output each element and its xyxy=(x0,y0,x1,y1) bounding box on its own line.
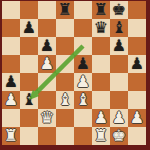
square-h1[interactable] xyxy=(128,127,146,145)
square-a4[interactable]: ♟ xyxy=(2,73,20,91)
black-bishop-g7[interactable]: ♝ xyxy=(112,19,126,37)
square-f8[interactable]: ♜ xyxy=(92,1,110,19)
square-a1[interactable]: ♜ xyxy=(2,127,20,145)
square-a3[interactable]: ♟ xyxy=(2,91,20,109)
square-d1[interactable] xyxy=(56,127,74,145)
white-bishop-e3[interactable]: ♝ xyxy=(76,91,90,109)
black-pawn-c6[interactable]: ♟ xyxy=(40,37,54,55)
square-f6[interactable] xyxy=(92,37,110,55)
square-c1[interactable] xyxy=(38,127,56,145)
square-f3[interactable] xyxy=(92,91,110,109)
square-c7[interactable] xyxy=(38,19,56,37)
white-pawn-g2[interactable]: ♟ xyxy=(112,109,126,127)
black-king-g8[interactable]: ♚ xyxy=(112,1,126,19)
chess-board-frame: ♜♜♚♟♛♝♟♟♟♟♟♟♟♟♝♝♝♛♟♟♟♜♜♚ xyxy=(0,0,150,150)
square-a8[interactable] xyxy=(2,1,20,19)
square-b1[interactable] xyxy=(20,127,38,145)
square-a6[interactable] xyxy=(2,37,20,55)
square-e7[interactable] xyxy=(74,19,92,37)
square-h2[interactable]: ♟ xyxy=(128,109,146,127)
square-a2[interactable] xyxy=(2,109,20,127)
square-e8[interactable] xyxy=(74,1,92,19)
square-h7[interactable] xyxy=(128,19,146,37)
black-bishop-b3[interactable]: ♝ xyxy=(22,91,36,109)
square-c5[interactable]: ♟ xyxy=(38,55,56,73)
square-c2[interactable]: ♛ xyxy=(38,109,56,127)
square-f4[interactable] xyxy=(92,73,110,91)
square-d5[interactable] xyxy=(56,55,74,73)
white-king-g1[interactable]: ♚ xyxy=(112,127,126,145)
square-g3[interactable] xyxy=(110,91,128,109)
square-a7[interactable] xyxy=(2,19,20,37)
square-g2[interactable]: ♟ xyxy=(110,109,128,127)
square-g6[interactable]: ♟ xyxy=(110,37,128,55)
black-rook-f8[interactable]: ♜ xyxy=(94,1,108,19)
white-pawn-e4[interactable]: ♟ xyxy=(76,73,90,91)
square-c6[interactable]: ♟ xyxy=(38,37,56,55)
square-e5[interactable]: ♟ xyxy=(74,55,92,73)
square-d8[interactable]: ♜ xyxy=(56,1,74,19)
square-a5[interactable] xyxy=(2,55,20,73)
white-pawn-a3[interactable]: ♟ xyxy=(4,91,18,109)
square-g4[interactable] xyxy=(110,73,128,91)
square-b2[interactable] xyxy=(20,109,38,127)
square-d7[interactable] xyxy=(56,19,74,37)
square-g5[interactable] xyxy=(110,55,128,73)
square-e3[interactable]: ♝ xyxy=(74,91,92,109)
black-pawn-b7[interactable]: ♟ xyxy=(22,19,36,37)
square-b6[interactable] xyxy=(20,37,38,55)
square-b5[interactable] xyxy=(20,55,38,73)
square-g7[interactable]: ♝ xyxy=(110,19,128,37)
square-e1[interactable] xyxy=(74,127,92,145)
square-h6[interactable] xyxy=(128,37,146,55)
black-rook-d8[interactable]: ♜ xyxy=(58,1,72,19)
square-b3[interactable]: ♝ xyxy=(20,91,38,109)
black-pawn-e5[interactable]: ♟ xyxy=(76,55,90,73)
square-b4[interactable] xyxy=(20,73,38,91)
square-c8[interactable] xyxy=(38,1,56,19)
white-rook-f1[interactable]: ♜ xyxy=(94,127,108,145)
square-f7[interactable]: ♛ xyxy=(92,19,110,37)
square-d4[interactable] xyxy=(56,73,74,91)
square-h8[interactable] xyxy=(128,1,146,19)
black-pawn-a4[interactable]: ♟ xyxy=(4,73,18,91)
square-d2[interactable] xyxy=(56,109,74,127)
white-bishop-d3[interactable]: ♝ xyxy=(58,91,72,109)
square-e6[interactable] xyxy=(74,37,92,55)
black-pawn-g6[interactable]: ♟ xyxy=(112,37,126,55)
square-e4[interactable]: ♟ xyxy=(74,73,92,91)
white-pawn-h2[interactable]: ♟ xyxy=(130,109,144,127)
chess-board[interactable]: ♜♜♚♟♛♝♟♟♟♟♟♟♟♟♝♝♝♛♟♟♟♜♜♚ xyxy=(2,1,146,145)
square-g8[interactable]: ♚ xyxy=(110,1,128,19)
square-h3[interactable] xyxy=(128,91,146,109)
black-pawn-h5[interactable]: ♟ xyxy=(130,55,144,73)
square-h4[interactable] xyxy=(128,73,146,91)
square-c4[interactable] xyxy=(38,73,56,91)
square-e2[interactable] xyxy=(74,109,92,127)
square-c3[interactable] xyxy=(38,91,56,109)
square-d6[interactable] xyxy=(56,37,74,55)
black-queen-f7[interactable]: ♛ xyxy=(94,19,108,37)
white-queen-c2[interactable]: ♛ xyxy=(40,109,54,127)
square-f5[interactable] xyxy=(92,55,110,73)
square-b7[interactable]: ♟ xyxy=(20,19,38,37)
white-pawn-c5[interactable]: ♟ xyxy=(40,55,54,73)
square-d3[interactable]: ♝ xyxy=(56,91,74,109)
white-pawn-f2[interactable]: ♟ xyxy=(94,109,108,127)
square-f2[interactable]: ♟ xyxy=(92,109,110,127)
white-rook-a1[interactable]: ♜ xyxy=(4,127,18,145)
square-b8[interactable] xyxy=(20,1,38,19)
square-h5[interactable]: ♟ xyxy=(128,55,146,73)
square-g1[interactable]: ♚ xyxy=(110,127,128,145)
square-f1[interactable]: ♜ xyxy=(92,127,110,145)
